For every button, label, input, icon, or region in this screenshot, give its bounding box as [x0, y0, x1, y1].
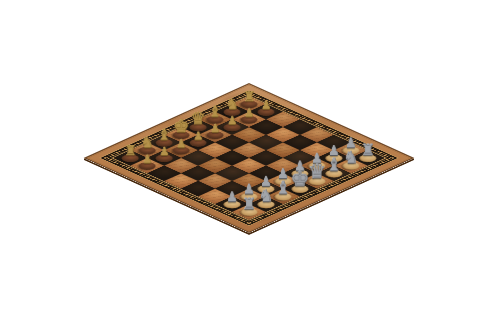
product-photo-stage: ♜♞♝♛♚♝♞♜♟♟♟♟♟♟♟♟♟♟♟♟♟♟♟♟♜♞♝♛♚♝♞♜ — [0, 0, 480, 320]
light-wood-piece-base — [271, 191, 295, 202]
light-wood-piece-base — [339, 160, 363, 171]
dark-walnut-piece-base — [135, 160, 159, 171]
light-wood-piece-base — [237, 206, 261, 217]
dark-walnut-piece-base — [152, 153, 176, 164]
chess-board: ♜♞♝♛♚♝♞♜♟♟♟♟♟♟♟♟♟♟♟♟♟♟♟♟♜♞♝♛♚♝♞♜ — [84, 83, 415, 233]
